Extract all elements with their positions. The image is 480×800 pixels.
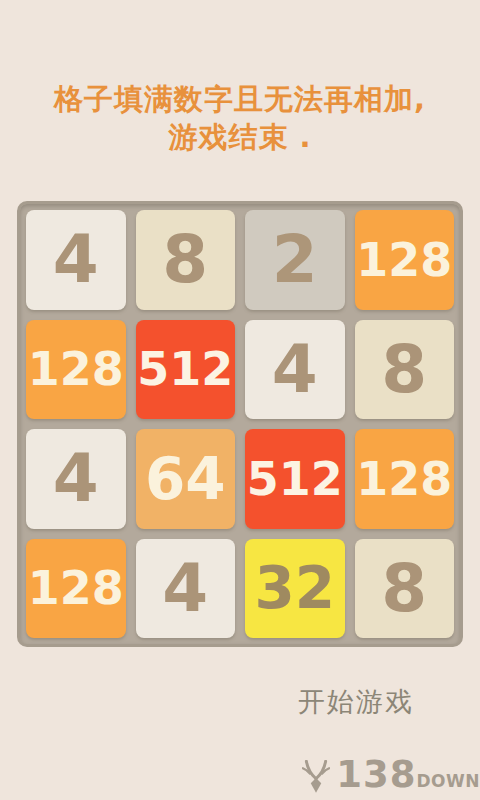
tile-4: 4 [245, 320, 345, 420]
tile-128: 128 [26, 320, 126, 420]
antler-icon [302, 760, 330, 794]
tile-64: 64 [136, 429, 236, 529]
tile-8: 8 [136, 210, 236, 310]
watermark-number: 138 [336, 753, 416, 796]
game-over-message-line2: 游戏结束 . [0, 118, 480, 156]
tile-4: 4 [26, 429, 126, 529]
tile-8: 8 [355, 539, 455, 639]
tile-128: 128 [26, 539, 126, 639]
game-over-message: 格子填满数字且无法再相加, 游戏结束 . [0, 80, 480, 156]
tile-512: 512 [136, 320, 236, 420]
tile-8: 8 [355, 320, 455, 420]
tile-128: 128 [355, 210, 455, 310]
tile-32: 32 [245, 539, 345, 639]
board-2048[interactable]: 482128128512484645121281284328 [17, 201, 463, 647]
start-game-button[interactable]: 开始游戏 [298, 684, 414, 720]
watermark-suffix: DOWN [416, 771, 480, 791]
tile-512: 512 [245, 429, 345, 529]
game-screen: 格子填满数字且无法再相加, 游戏结束 . 4821281285124846451… [0, 0, 480, 800]
tile-2: 2 [245, 210, 345, 310]
tile-128: 128 [355, 429, 455, 529]
tile-4: 4 [136, 539, 236, 639]
tile-4: 4 [26, 210, 126, 310]
watermark-logo: 138DOWN [302, 753, 480, 796]
game-over-message-line1: 格子填满数字且无法再相加, [0, 80, 480, 118]
